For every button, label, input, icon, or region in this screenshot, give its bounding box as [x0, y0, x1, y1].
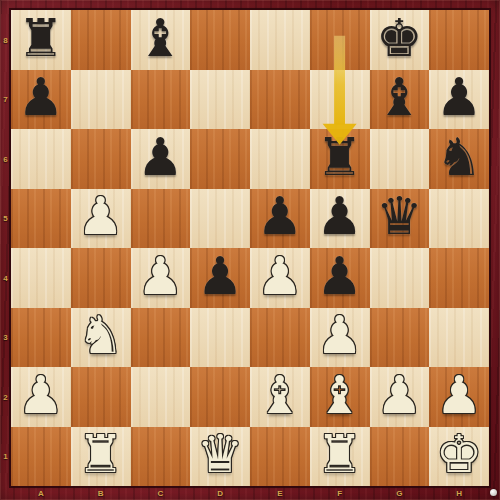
square-h7[interactable]: ♟ — [429, 70, 489, 130]
square-e7[interactable] — [250, 70, 310, 130]
piece-white-pawn-e4[interactable]: ♟ — [257, 250, 304, 302]
square-h2[interactable]: ♟ — [429, 367, 489, 427]
square-f3[interactable]: ♟ — [310, 308, 370, 368]
file-label-h: H — [453, 487, 465, 500]
piece-black-pawn-f4[interactable]: ♟ — [316, 250, 363, 302]
piece-black-knight-h6[interactable]: ♞ — [436, 131, 483, 183]
square-b7[interactable] — [71, 70, 131, 130]
square-d8[interactable] — [190, 10, 250, 70]
piece-white-pawn-h2[interactable]: ♟ — [436, 369, 483, 421]
square-g8[interactable]: ♚ — [370, 10, 430, 70]
square-b3[interactable]: ♞ — [71, 308, 131, 368]
piece-white-pawn-g2[interactable]: ♟ — [376, 369, 423, 421]
square-a3[interactable] — [11, 308, 71, 368]
corner-dot-marker — [490, 489, 497, 496]
square-d4[interactable]: ♟ — [190, 248, 250, 308]
square-b5[interactable]: ♟ — [71, 189, 131, 249]
square-a7[interactable]: ♟ — [11, 70, 71, 130]
square-a8[interactable]: ♜ — [11, 10, 71, 70]
square-c2[interactable] — [131, 367, 191, 427]
square-h8[interactable] — [429, 10, 489, 70]
square-e2[interactable]: ♝ — [250, 367, 310, 427]
square-a5[interactable] — [11, 189, 71, 249]
square-a1[interactable] — [11, 427, 71, 487]
square-g1[interactable] — [370, 427, 430, 487]
piece-white-rook-b1[interactable]: ♜ — [77, 428, 124, 480]
square-f2[interactable]: ♝ — [310, 367, 370, 427]
piece-white-pawn-b5[interactable]: ♟ — [77, 190, 124, 242]
chess-app-window: ♜♝♚♟♝♟♟♜♞♟♟♟♛♟♟♟♟♞♟♟♝♝♟♟♜♛♜♚ 87654321ABC… — [0, 0, 500, 500]
square-c5[interactable] — [131, 189, 191, 249]
square-a6[interactable] — [11, 129, 71, 189]
piece-black-bishop-c8[interactable]: ♝ — [137, 12, 184, 64]
piece-white-queen-d1[interactable]: ♛ — [197, 428, 244, 480]
square-g5[interactable]: ♛ — [370, 189, 430, 249]
square-d3[interactable] — [190, 308, 250, 368]
piece-white-pawn-a2[interactable]: ♟ — [18, 369, 65, 421]
square-c8[interactable]: ♝ — [131, 10, 191, 70]
piece-white-king-h1[interactable]: ♚ — [436, 428, 483, 480]
piece-white-bishop-e2[interactable]: ♝ — [257, 369, 304, 421]
square-f8[interactable] — [310, 10, 370, 70]
file-label-b: B — [95, 487, 107, 500]
square-e5[interactable]: ♟ — [250, 189, 310, 249]
piece-black-pawn-e5[interactable]: ♟ — [257, 190, 304, 242]
file-label-f: F — [334, 487, 346, 500]
square-a2[interactable]: ♟ — [11, 367, 71, 427]
square-g2[interactable]: ♟ — [370, 367, 430, 427]
square-d2[interactable] — [190, 367, 250, 427]
rank-label-5: 5 — [0, 214, 11, 223]
square-b2[interactable] — [71, 367, 131, 427]
piece-black-pawn-f5[interactable]: ♟ — [316, 190, 363, 242]
piece-white-pawn-c4[interactable]: ♟ — [137, 250, 184, 302]
piece-white-rook-f1[interactable]: ♜ — [316, 428, 363, 480]
rank-label-1: 1 — [0, 452, 11, 461]
piece-white-pawn-f3[interactable]: ♟ — [316, 309, 363, 361]
square-h4[interactable] — [429, 248, 489, 308]
square-f5[interactable]: ♟ — [310, 189, 370, 249]
square-d6[interactable] — [190, 129, 250, 189]
piece-white-bishop-f2[interactable]: ♝ — [316, 369, 363, 421]
square-g6[interactable] — [370, 129, 430, 189]
square-d1[interactable]: ♛ — [190, 427, 250, 487]
square-h3[interactable] — [429, 308, 489, 368]
piece-black-pawn-c6[interactable]: ♟ — [137, 131, 184, 183]
square-f7[interactable] — [310, 70, 370, 130]
square-a4[interactable] — [11, 248, 71, 308]
file-label-a: A — [35, 487, 47, 500]
piece-black-pawn-d4[interactable]: ♟ — [197, 250, 244, 302]
square-d7[interactable] — [190, 70, 250, 130]
square-b1[interactable]: ♜ — [71, 427, 131, 487]
square-h1[interactable]: ♚ — [429, 427, 489, 487]
square-e1[interactable] — [250, 427, 310, 487]
square-e4[interactable]: ♟ — [250, 248, 310, 308]
square-h5[interactable] — [429, 189, 489, 249]
square-c1[interactable] — [131, 427, 191, 487]
piece-black-pawn-a7[interactable]: ♟ — [18, 71, 65, 123]
square-e8[interactable] — [250, 10, 310, 70]
piece-black-king-g8[interactable]: ♚ — [376, 12, 423, 64]
square-c6[interactable]: ♟ — [131, 129, 191, 189]
piece-black-rook-a8[interactable]: ♜ — [18, 12, 65, 64]
square-b4[interactable] — [71, 248, 131, 308]
square-b8[interactable] — [71, 10, 131, 70]
file-label-e: E — [274, 487, 286, 500]
square-c3[interactable] — [131, 308, 191, 368]
piece-black-queen-g5[interactable]: ♛ — [376, 190, 423, 242]
square-g4[interactable] — [370, 248, 430, 308]
rank-label-4: 4 — [0, 274, 11, 283]
square-h6[interactable]: ♞ — [429, 129, 489, 189]
file-label-c: C — [154, 487, 166, 500]
file-label-d: D — [214, 487, 226, 500]
rank-label-7: 7 — [0, 95, 11, 104]
rank-label-6: 6 — [0, 155, 11, 164]
piece-black-bishop-g7[interactable]: ♝ — [376, 71, 423, 123]
square-g7[interactable]: ♝ — [370, 70, 430, 130]
square-d5[interactable] — [190, 189, 250, 249]
rank-label-8: 8 — [0, 36, 11, 45]
square-e3[interactable] — [250, 308, 310, 368]
piece-black-rook-f6[interactable]: ♜ — [316, 131, 363, 183]
square-g3[interactable] — [370, 308, 430, 368]
rank-label-3: 3 — [0, 333, 11, 342]
square-f4[interactable]: ♟ — [310, 248, 370, 308]
rank-label-2: 2 — [0, 393, 11, 402]
square-c4[interactable]: ♟ — [131, 248, 191, 308]
chessboard: ♜♝♚♟♝♟♟♜♞♟♟♟♛♟♟♟♟♞♟♟♝♝♟♟♜♛♜♚ — [11, 10, 489, 486]
piece-white-knight-b3[interactable]: ♞ — [77, 309, 124, 361]
square-e6[interactable] — [250, 129, 310, 189]
square-c7[interactable] — [131, 70, 191, 130]
square-f1[interactable]: ♜ — [310, 427, 370, 487]
file-label-g: G — [393, 487, 405, 500]
square-f6[interactable]: ♜ — [310, 129, 370, 189]
piece-black-pawn-h7[interactable]: ♟ — [436, 71, 483, 123]
square-b6[interactable] — [71, 129, 131, 189]
